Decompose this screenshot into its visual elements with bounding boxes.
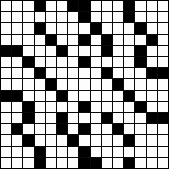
white-cell[interactable]: [23, 12, 33, 22]
black-cell: [12, 46, 22, 56]
white-cell[interactable]: [1, 158, 11, 168]
white-cell[interactable]: [12, 135, 22, 145]
white-cell[interactable]: [79, 68, 89, 78]
black-cell: [79, 35, 89, 45]
white-cell[interactable]: [124, 113, 134, 123]
white-cell[interactable]: [147, 46, 157, 56]
white-cell[interactable]: [124, 147, 134, 157]
white-cell[interactable]: [23, 23, 33, 33]
white-cell[interactable]: [102, 124, 112, 134]
white-cell[interactable]: [79, 135, 89, 145]
white-cell[interactable]: [158, 46, 168, 56]
white-cell[interactable]: [57, 12, 67, 22]
white-cell[interactable]: [113, 158, 123, 168]
white-cell[interactable]: [91, 79, 101, 89]
white-cell[interactable]: [124, 35, 134, 45]
black-cell: [124, 135, 134, 145]
white-cell[interactable]: [68, 23, 78, 33]
white-cell[interactable]: [35, 113, 45, 123]
white-cell[interactable]: [135, 124, 145, 134]
black-cell: [91, 23, 101, 33]
white-cell[interactable]: [79, 23, 89, 33]
white-cell[interactable]: [158, 23, 168, 33]
white-cell[interactable]: [1, 35, 11, 45]
white-cell[interactable]: [12, 147, 22, 157]
white-cell[interactable]: [46, 68, 56, 78]
black-cell: [1, 46, 11, 56]
white-cell[interactable]: [57, 35, 67, 45]
black-cell: [79, 57, 89, 67]
white-cell[interactable]: [57, 68, 67, 78]
white-cell[interactable]: [91, 135, 101, 145]
black-cell: [46, 79, 56, 89]
white-cell[interactable]: [23, 79, 33, 89]
white-cell[interactable]: [1, 68, 11, 78]
white-cell[interactable]: [23, 91, 33, 101]
white-cell[interactable]: [102, 147, 112, 157]
white-cell[interactable]: [147, 1, 157, 11]
white-cell[interactable]: [23, 124, 33, 134]
black-cell: [124, 12, 134, 22]
white-cell[interactable]: [12, 68, 22, 78]
white-cell[interactable]: [124, 57, 134, 67]
white-cell[interactable]: [1, 135, 11, 145]
white-cell[interactable]: [91, 124, 101, 134]
white-cell[interactable]: [147, 102, 157, 112]
white-cell[interactable]: [124, 23, 134, 33]
white-cell[interactable]: [12, 102, 22, 112]
black-cell: [79, 158, 89, 168]
white-cell[interactable]: [102, 158, 112, 168]
white-cell[interactable]: [147, 23, 157, 33]
white-cell[interactable]: [23, 158, 33, 168]
black-cell: [68, 1, 78, 11]
white-cell[interactable]: [46, 124, 56, 134]
white-cell[interactable]: [46, 12, 56, 22]
white-cell[interactable]: [102, 135, 112, 145]
black-cell: [35, 147, 45, 157]
white-cell[interactable]: [124, 46, 134, 56]
black-cell: [68, 135, 78, 145]
white-cell[interactable]: [46, 158, 56, 168]
white-cell[interactable]: [91, 57, 101, 67]
white-cell[interactable]: [68, 91, 78, 101]
white-cell[interactable]: [147, 147, 157, 157]
white-cell[interactable]: [79, 79, 89, 89]
black-cell: [124, 158, 134, 168]
white-cell[interactable]: [113, 1, 123, 11]
white-cell[interactable]: [102, 91, 112, 101]
crossword-grid: [0, 0, 169, 169]
white-cell[interactable]: [113, 135, 123, 145]
white-cell[interactable]: [113, 91, 123, 101]
white-cell[interactable]: [91, 68, 101, 78]
black-cell: [135, 23, 145, 33]
white-cell[interactable]: [12, 12, 22, 22]
black-cell: [79, 12, 89, 22]
black-cell: [35, 68, 45, 78]
black-cell: [79, 102, 89, 112]
white-cell[interactable]: [23, 68, 33, 78]
white-cell[interactable]: [113, 68, 123, 78]
white-cell[interactable]: [57, 135, 67, 145]
black-cell: [91, 158, 101, 168]
black-cell: [147, 113, 157, 123]
white-cell[interactable]: [46, 102, 56, 112]
white-cell[interactable]: [147, 91, 157, 101]
white-cell[interactable]: [91, 46, 101, 56]
white-cell[interactable]: [46, 1, 56, 11]
white-cell[interactable]: [147, 79, 157, 89]
black-cell: [124, 1, 134, 11]
white-cell[interactable]: [57, 158, 67, 168]
white-cell[interactable]: [91, 1, 101, 11]
white-cell[interactable]: [35, 46, 45, 56]
white-cell[interactable]: [158, 124, 168, 134]
black-cell: [1, 91, 11, 101]
white-cell[interactable]: [102, 79, 112, 89]
black-cell: [57, 91, 67, 101]
white-cell[interactable]: [23, 1, 33, 11]
white-cell[interactable]: [12, 23, 22, 33]
white-cell[interactable]: [79, 113, 89, 123]
black-cell: [79, 124, 89, 134]
white-cell[interactable]: [135, 12, 145, 22]
white-cell[interactable]: [46, 91, 56, 101]
black-cell: [23, 113, 33, 123]
white-cell[interactable]: [46, 46, 56, 56]
black-cell: [35, 1, 45, 11]
white-cell[interactable]: [91, 102, 101, 112]
white-cell[interactable]: [91, 91, 101, 101]
black-cell: [102, 113, 112, 123]
white-cell[interactable]: [102, 23, 112, 33]
white-cell[interactable]: [35, 135, 45, 145]
white-cell[interactable]: [113, 57, 123, 67]
white-cell[interactable]: [135, 1, 145, 11]
white-cell[interactable]: [35, 124, 45, 134]
white-cell[interactable]: [12, 35, 22, 45]
white-cell[interactable]: [1, 124, 11, 134]
white-cell[interactable]: [35, 102, 45, 112]
white-cell[interactable]: [91, 113, 101, 123]
white-cell[interactable]: [1, 57, 11, 67]
black-cell: [57, 124, 67, 134]
white-cell[interactable]: [158, 57, 168, 67]
white-cell[interactable]: [35, 12, 45, 22]
white-cell[interactable]: [147, 158, 157, 168]
black-cell: [35, 158, 45, 168]
white-cell[interactable]: [1, 1, 11, 11]
white-cell[interactable]: [12, 1, 22, 11]
white-cell[interactable]: [68, 102, 78, 112]
white-cell[interactable]: [1, 23, 11, 33]
white-cell[interactable]: [158, 35, 168, 45]
white-cell[interactable]: [124, 102, 134, 112]
white-cell[interactable]: [57, 57, 67, 67]
white-cell[interactable]: [12, 57, 22, 67]
white-cell[interactable]: [1, 147, 11, 157]
black-cell: [124, 91, 134, 101]
white-cell[interactable]: [102, 57, 112, 67]
black-cell: [102, 68, 112, 78]
black-cell: [158, 113, 168, 123]
white-cell[interactable]: [68, 46, 78, 56]
black-cell: [147, 35, 157, 45]
white-cell[interactable]: [1, 102, 11, 112]
white-cell[interactable]: [102, 102, 112, 112]
black-cell: [158, 68, 168, 78]
white-cell[interactable]: [147, 124, 157, 134]
white-cell[interactable]: [113, 147, 123, 157]
white-cell[interactable]: [158, 1, 168, 11]
white-cell[interactable]: [158, 102, 168, 112]
black-cell: [79, 147, 89, 157]
white-cell[interactable]: [35, 57, 45, 67]
black-cell: [113, 124, 123, 134]
white-cell[interactable]: [23, 147, 33, 157]
white-cell[interactable]: [57, 23, 67, 33]
white-cell[interactable]: [158, 79, 168, 89]
white-cell[interactable]: [23, 46, 33, 56]
white-cell[interactable]: [124, 68, 134, 78]
white-cell[interactable]: [158, 135, 168, 145]
white-cell[interactable]: [79, 91, 89, 101]
white-cell[interactable]: [46, 135, 56, 145]
white-cell[interactable]: [102, 1, 112, 11]
white-cell[interactable]: [102, 12, 112, 22]
white-cell[interactable]: [35, 35, 45, 45]
white-cell[interactable]: [113, 113, 123, 123]
white-cell[interactable]: [68, 68, 78, 78]
white-cell[interactable]: [68, 147, 78, 157]
white-cell[interactable]: [46, 57, 56, 67]
white-cell[interactable]: [12, 79, 22, 89]
white-cell[interactable]: [12, 158, 22, 168]
white-cell[interactable]: [57, 79, 67, 89]
white-cell[interactable]: [1, 113, 11, 123]
black-cell: [135, 46, 145, 56]
white-cell[interactable]: [68, 12, 78, 22]
black-cell: [23, 102, 33, 112]
black-cell: [23, 57, 33, 67]
black-cell: [12, 124, 22, 134]
white-cell[interactable]: [135, 35, 145, 45]
white-cell[interactable]: [91, 147, 101, 157]
white-cell[interactable]: [135, 147, 145, 157]
black-cell: [57, 46, 67, 56]
white-cell[interactable]: [135, 113, 145, 123]
white-cell[interactable]: [57, 147, 67, 157]
white-cell[interactable]: [46, 23, 56, 33]
black-cell: [23, 135, 33, 145]
white-cell[interactable]: [35, 79, 45, 89]
black-cell: [35, 23, 45, 33]
white-cell[interactable]: [57, 1, 67, 11]
white-cell[interactable]: [68, 79, 78, 89]
black-cell: [135, 102, 145, 112]
white-cell[interactable]: [35, 91, 45, 101]
white-cell[interactable]: [1, 79, 11, 89]
white-cell[interactable]: [23, 35, 33, 45]
white-cell[interactable]: [147, 12, 157, 22]
white-cell[interactable]: [68, 124, 78, 134]
white-cell[interactable]: [147, 135, 157, 145]
black-cell: [147, 68, 157, 78]
black-cell: [57, 113, 67, 123]
white-cell[interactable]: [57, 102, 67, 112]
white-cell[interactable]: [68, 113, 78, 123]
white-cell[interactable]: [135, 91, 145, 101]
white-cell[interactable]: [79, 46, 89, 56]
white-cell[interactable]: [91, 12, 101, 22]
white-cell[interactable]: [68, 57, 78, 67]
white-cell[interactable]: [113, 46, 123, 56]
white-cell[interactable]: [113, 102, 123, 112]
white-cell[interactable]: [46, 113, 56, 123]
white-cell[interactable]: [124, 79, 134, 89]
white-cell[interactable]: [158, 158, 168, 168]
white-cell[interactable]: [12, 113, 22, 123]
white-cell[interactable]: [158, 12, 168, 22]
white-cell[interactable]: [135, 79, 145, 89]
white-cell[interactable]: [68, 158, 78, 168]
white-cell[interactable]: [113, 35, 123, 45]
white-cell[interactable]: [124, 124, 134, 134]
white-cell[interactable]: [91, 35, 101, 45]
white-cell[interactable]: [147, 57, 157, 67]
black-cell: [46, 35, 56, 45]
white-cell[interactable]: [68, 35, 78, 45]
black-cell: [113, 79, 123, 89]
black-cell: [12, 91, 22, 101]
white-cell[interactable]: [113, 23, 123, 33]
black-cell: [102, 46, 112, 56]
white-cell[interactable]: [135, 158, 145, 168]
black-cell: [102, 35, 112, 45]
black-cell: [79, 1, 89, 11]
white-cell[interactable]: [113, 12, 123, 22]
page: [0, 0, 169, 169]
white-cell[interactable]: [1, 12, 11, 22]
white-cell[interactable]: [135, 68, 145, 78]
black-cell: [135, 57, 145, 67]
white-cell[interactable]: [135, 135, 145, 145]
white-cell[interactable]: [158, 91, 168, 101]
white-cell[interactable]: [158, 147, 168, 157]
white-cell[interactable]: [46, 147, 56, 157]
